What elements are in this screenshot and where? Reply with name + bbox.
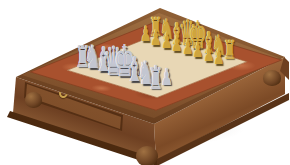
bun-foot-right bbox=[263, 70, 281, 86]
bun-foot-left bbox=[25, 92, 42, 108]
bun-foot-front bbox=[136, 146, 158, 165]
chess-set-photo: ♜♞♟♝♟♛♟♚♟♝♟♞♟♜♟♟♟♟♜♟♞♟♝♟♛♟♚♟♝♟♞♜ bbox=[0, 0, 290, 165]
